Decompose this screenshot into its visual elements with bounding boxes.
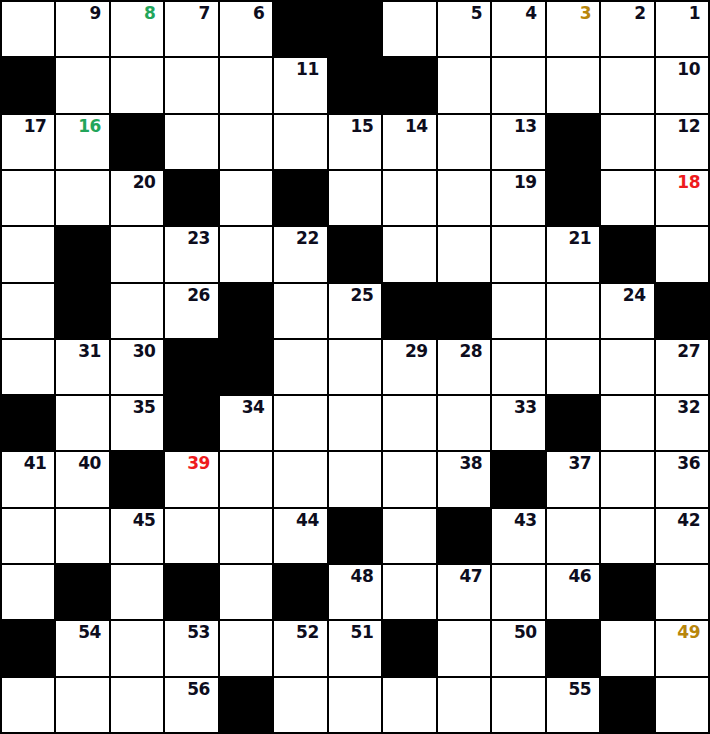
black-cell-r6c8 xyxy=(383,284,435,338)
black-cell-r10c7 xyxy=(329,509,381,563)
black-cell-r4c4 xyxy=(165,171,217,225)
cell-r6c3[interactable] xyxy=(111,284,163,338)
cell-r12c3[interactable] xyxy=(111,621,163,675)
clue-number-5: 5 xyxy=(471,5,482,22)
cell-r11c5[interactable] xyxy=(220,565,272,619)
cell-r4c12[interactable] xyxy=(601,171,653,225)
cell-r11c8[interactable] xyxy=(383,565,435,619)
clue-number-4: 4 xyxy=(525,5,536,22)
black-cell-r10c9 xyxy=(438,509,490,563)
clue-number-13: 13 xyxy=(514,118,537,135)
black-cell-r8c11 xyxy=(547,396,599,450)
cell-r11c9[interactable]: 47 xyxy=(438,565,490,619)
cell-r5c10[interactable] xyxy=(492,227,544,281)
cell-r9c6[interactable] xyxy=(274,452,326,506)
clue-number-24: 24 xyxy=(623,287,646,304)
cell-r13c4[interactable]: 56 xyxy=(165,678,217,732)
cell-r9c2[interactable]: 40 xyxy=(56,452,108,506)
cell-r12c4[interactable]: 53 xyxy=(165,621,217,675)
clue-number-47: 47 xyxy=(459,568,482,585)
cell-r4c2[interactable] xyxy=(56,171,108,225)
cell-r10c10[interactable]: 43 xyxy=(492,509,544,563)
cell-r3c9[interactable] xyxy=(438,115,490,169)
clue-number-2: 2 xyxy=(634,5,645,22)
cell-r6c6[interactable] xyxy=(274,284,326,338)
black-cell-r13c5 xyxy=(220,678,272,732)
cell-r8c10[interactable]: 33 xyxy=(492,396,544,450)
clue-number-55: 55 xyxy=(568,681,591,698)
clue-number-54: 54 xyxy=(78,624,101,641)
cell-r6c1[interactable] xyxy=(2,284,54,338)
cell-r3c13[interactable]: 12 xyxy=(656,115,708,169)
cell-r12c6[interactable]: 52 xyxy=(274,621,326,675)
black-cell-r8c1 xyxy=(2,396,54,450)
cell-r1c5[interactable]: 6 xyxy=(220,2,272,56)
clue-number-6: 6 xyxy=(253,5,264,22)
black-cell-r12c11 xyxy=(547,621,599,675)
cell-r7c13[interactable]: 27 xyxy=(656,340,708,394)
clue-number-23: 23 xyxy=(187,230,210,247)
cell-r3c7[interactable]: 15 xyxy=(329,115,381,169)
cell-r9c12[interactable] xyxy=(601,452,653,506)
black-cell-r11c6 xyxy=(274,565,326,619)
clue-number-37: 37 xyxy=(568,455,591,472)
cell-r5c5[interactable] xyxy=(220,227,272,281)
cell-r5c3[interactable] xyxy=(111,227,163,281)
cell-r1c12[interactable]: 2 xyxy=(601,2,653,56)
cell-r13c1[interactable] xyxy=(2,678,54,732)
cell-r3c4[interactable] xyxy=(165,115,217,169)
cell-r12c10[interactable]: 50 xyxy=(492,621,544,675)
clue-number-25: 25 xyxy=(351,287,374,304)
black-cell-r12c1 xyxy=(2,621,54,675)
clue-number-41: 41 xyxy=(24,455,47,472)
cell-r13c11[interactable]: 55 xyxy=(547,678,599,732)
cell-r10c13[interactable]: 42 xyxy=(656,509,708,563)
clue-number-17: 17 xyxy=(24,118,47,135)
cell-r8c12[interactable] xyxy=(601,396,653,450)
black-cell-r11c2 xyxy=(56,565,108,619)
cell-r5c9[interactable] xyxy=(438,227,490,281)
clue-number-53: 53 xyxy=(187,624,210,641)
clue-number-27: 27 xyxy=(677,343,700,360)
clue-number-56: 56 xyxy=(187,681,210,698)
cell-r8c2[interactable] xyxy=(56,396,108,450)
cell-r10c1[interactable] xyxy=(2,509,54,563)
cell-r7c6[interactable] xyxy=(274,340,326,394)
black-cell-r2c7 xyxy=(329,58,381,112)
cell-r2c4[interactable] xyxy=(165,58,217,112)
cell-r1c4[interactable]: 7 xyxy=(165,2,217,56)
cell-r1c10[interactable]: 4 xyxy=(492,2,544,56)
black-cell-r4c6 xyxy=(274,171,326,225)
cell-r2c2[interactable] xyxy=(56,58,108,112)
clue-number-28: 28 xyxy=(459,343,482,360)
clue-number-45: 45 xyxy=(133,512,156,529)
cell-r10c4[interactable] xyxy=(165,509,217,563)
cell-r6c4[interactable]: 26 xyxy=(165,284,217,338)
cell-r2c3[interactable] xyxy=(111,58,163,112)
cell-r3c10[interactable]: 13 xyxy=(492,115,544,169)
cell-r8c3[interactable]: 35 xyxy=(111,396,163,450)
cell-r13c8[interactable] xyxy=(383,678,435,732)
clue-number-34: 34 xyxy=(242,399,265,416)
cell-r10c8[interactable] xyxy=(383,509,435,563)
clue-number-30: 30 xyxy=(133,343,156,360)
clue-number-26: 26 xyxy=(187,287,210,304)
cell-r8c13[interactable]: 32 xyxy=(656,396,708,450)
cell-r9c1[interactable]: 41 xyxy=(2,452,54,506)
cell-r4c9[interactable] xyxy=(438,171,490,225)
cell-r11c3[interactable] xyxy=(111,565,163,619)
clue-number-20: 20 xyxy=(133,174,156,191)
black-cell-r6c5 xyxy=(220,284,272,338)
black-cell-r6c13 xyxy=(656,284,708,338)
cell-r7c9[interactable]: 28 xyxy=(438,340,490,394)
clue-number-40: 40 xyxy=(78,455,101,472)
black-cell-r4c11 xyxy=(547,171,599,225)
cell-r9c7[interactable] xyxy=(329,452,381,506)
cell-r7c2[interactable]: 31 xyxy=(56,340,108,394)
cell-r2c5[interactable] xyxy=(220,58,272,112)
clue-number-18: 18 xyxy=(677,174,700,191)
cell-r5c4[interactable]: 23 xyxy=(165,227,217,281)
cell-r7c10[interactable] xyxy=(492,340,544,394)
cell-r10c2[interactable] xyxy=(56,509,108,563)
cell-r10c3[interactable]: 45 xyxy=(111,509,163,563)
cell-r7c12[interactable] xyxy=(601,340,653,394)
black-cell-r5c12 xyxy=(601,227,653,281)
cell-r13c3[interactable] xyxy=(111,678,163,732)
cell-r10c11[interactable] xyxy=(547,509,599,563)
clue-number-33: 33 xyxy=(514,399,537,416)
cell-r1c8[interactable] xyxy=(383,2,435,56)
clue-number-38: 38 xyxy=(459,455,482,472)
clue-number-9: 9 xyxy=(90,5,101,22)
cell-r10c5[interactable] xyxy=(220,509,272,563)
cell-r13c13[interactable] xyxy=(656,678,708,732)
clue-number-42: 42 xyxy=(677,512,700,529)
black-cell-r2c1 xyxy=(2,58,54,112)
cell-r8c7[interactable] xyxy=(329,396,381,450)
cell-r5c6[interactable]: 22 xyxy=(274,227,326,281)
cell-r12c7[interactable]: 51 xyxy=(329,621,381,675)
cell-r7c8[interactable]: 29 xyxy=(383,340,435,394)
cell-r4c5[interactable] xyxy=(220,171,272,225)
black-cell-r13c12 xyxy=(601,678,653,732)
cell-r9c9[interactable]: 38 xyxy=(438,452,490,506)
black-cell-r1c6 xyxy=(274,2,326,56)
cell-r12c2[interactable]: 54 xyxy=(56,621,108,675)
cell-r3c1[interactable]: 17 xyxy=(2,115,54,169)
black-cell-r2c8 xyxy=(383,58,435,112)
clue-number-29: 29 xyxy=(405,343,428,360)
cell-r3c6[interactable] xyxy=(274,115,326,169)
clue-number-22: 22 xyxy=(296,230,319,247)
clue-number-21: 21 xyxy=(568,230,591,247)
black-cell-r3c3 xyxy=(111,115,163,169)
clue-number-11: 11 xyxy=(296,61,319,78)
cell-r6c12[interactable]: 24 xyxy=(601,284,653,338)
clue-number-19: 19 xyxy=(514,174,537,191)
cell-r11c10[interactable] xyxy=(492,565,544,619)
black-cell-r6c2 xyxy=(56,284,108,338)
cell-r8c8[interactable] xyxy=(383,396,435,450)
black-cell-r6c9 xyxy=(438,284,490,338)
cell-r2c11[interactable] xyxy=(547,58,599,112)
cell-r4c3[interactable]: 20 xyxy=(111,171,163,225)
cell-r3c2[interactable]: 16 xyxy=(56,115,108,169)
clue-number-14: 14 xyxy=(405,118,428,135)
black-cell-r9c3 xyxy=(111,452,163,506)
cell-r11c7[interactable]: 48 xyxy=(329,565,381,619)
clue-number-39: 39 xyxy=(187,455,210,472)
cell-r7c3[interactable]: 30 xyxy=(111,340,163,394)
clue-number-12: 12 xyxy=(677,118,700,135)
cell-r10c12[interactable] xyxy=(601,509,653,563)
cell-r11c13[interactable] xyxy=(656,565,708,619)
black-cell-r12c8 xyxy=(383,621,435,675)
cell-r12c13[interactable]: 49 xyxy=(656,621,708,675)
black-cell-r5c2 xyxy=(56,227,108,281)
clue-number-10: 10 xyxy=(677,61,700,78)
cell-r4c7[interactable] xyxy=(329,171,381,225)
cell-r8c5[interactable]: 34 xyxy=(220,396,272,450)
cell-r9c11[interactable]: 37 xyxy=(547,452,599,506)
cell-r4c13[interactable]: 18 xyxy=(656,171,708,225)
cell-r13c7[interactable] xyxy=(329,678,381,732)
black-cell-r11c4 xyxy=(165,565,217,619)
cell-r11c11[interactable]: 46 xyxy=(547,565,599,619)
cell-r9c13[interactable]: 36 xyxy=(656,452,708,506)
clue-number-52: 52 xyxy=(296,624,319,641)
cell-r3c5[interactable] xyxy=(220,115,272,169)
cell-r5c11[interactable]: 21 xyxy=(547,227,599,281)
cell-r5c1[interactable] xyxy=(2,227,54,281)
cell-r1c1[interactable] xyxy=(2,2,54,56)
cell-r6c7[interactable]: 25 xyxy=(329,284,381,338)
black-cell-r5c7 xyxy=(329,227,381,281)
clue-number-49: 49 xyxy=(677,624,700,641)
cell-r1c3[interactable]: 8 xyxy=(111,2,163,56)
cell-r9c4[interactable]: 39 xyxy=(165,452,217,506)
clue-number-3: 3 xyxy=(580,5,591,22)
cell-r7c1[interactable] xyxy=(2,340,54,394)
cell-r2c12[interactable] xyxy=(601,58,653,112)
clue-number-44: 44 xyxy=(296,512,319,529)
crossword-grid: 9876543211110171615141312201918232221262… xyxy=(0,0,710,734)
clue-number-32: 32 xyxy=(677,399,700,416)
cell-r4c8[interactable] xyxy=(383,171,435,225)
clue-number-15: 15 xyxy=(351,118,374,135)
cell-r12c9[interactable] xyxy=(438,621,490,675)
cell-r5c8[interactable] xyxy=(383,227,435,281)
cell-r13c10[interactable] xyxy=(492,678,544,732)
clue-number-7: 7 xyxy=(199,5,210,22)
black-cell-r7c5 xyxy=(220,340,272,394)
cell-r13c6[interactable] xyxy=(274,678,326,732)
cell-r1c2[interactable]: 9 xyxy=(56,2,108,56)
cell-r2c9[interactable] xyxy=(438,58,490,112)
clue-number-36: 36 xyxy=(677,455,700,472)
cell-r12c12[interactable] xyxy=(601,621,653,675)
clue-number-1: 1 xyxy=(689,5,700,22)
cell-r2c6[interactable]: 11 xyxy=(274,58,326,112)
cell-r3c8[interactable]: 14 xyxy=(383,115,435,169)
cell-r13c9[interactable] xyxy=(438,678,490,732)
clue-number-46: 46 xyxy=(568,568,591,585)
cell-r9c5[interactable] xyxy=(220,452,272,506)
clue-number-35: 35 xyxy=(133,399,156,416)
cell-r1c13[interactable]: 1 xyxy=(656,2,708,56)
cell-r2c10[interactable] xyxy=(492,58,544,112)
cell-r3c12[interactable] xyxy=(601,115,653,169)
clue-number-8: 8 xyxy=(144,5,155,22)
black-cell-r9c10 xyxy=(492,452,544,506)
clue-number-51: 51 xyxy=(351,624,374,641)
cell-r5c13[interactable] xyxy=(656,227,708,281)
black-cell-r3c11 xyxy=(547,115,599,169)
clue-number-50: 50 xyxy=(514,624,537,641)
cell-r8c6[interactable] xyxy=(274,396,326,450)
cell-r13c2[interactable] xyxy=(56,678,108,732)
clue-number-16: 16 xyxy=(78,118,101,135)
clue-number-43: 43 xyxy=(514,512,537,529)
cell-r6c10[interactable] xyxy=(492,284,544,338)
cell-r4c10[interactable]: 19 xyxy=(492,171,544,225)
cell-r9c8[interactable] xyxy=(383,452,435,506)
black-cell-r8c4 xyxy=(165,396,217,450)
cell-r1c11[interactable]: 3 xyxy=(547,2,599,56)
cell-r2c13[interactable]: 10 xyxy=(656,58,708,112)
cell-r1c9[interactable]: 5 xyxy=(438,2,490,56)
cell-r4c1[interactable] xyxy=(2,171,54,225)
cell-r7c7[interactable] xyxy=(329,340,381,394)
cell-r10c6[interactable]: 44 xyxy=(274,509,326,563)
cell-r8c9[interactable] xyxy=(438,396,490,450)
black-cell-r7c4 xyxy=(165,340,217,394)
cell-r7c11[interactable] xyxy=(547,340,599,394)
clue-number-31: 31 xyxy=(78,343,101,360)
black-cell-r1c7 xyxy=(329,2,381,56)
black-cell-r11c12 xyxy=(601,565,653,619)
cell-r11c1[interactable] xyxy=(2,565,54,619)
cell-r6c11[interactable] xyxy=(547,284,599,338)
clue-number-48: 48 xyxy=(351,568,374,585)
cell-r12c5[interactable] xyxy=(220,621,272,675)
